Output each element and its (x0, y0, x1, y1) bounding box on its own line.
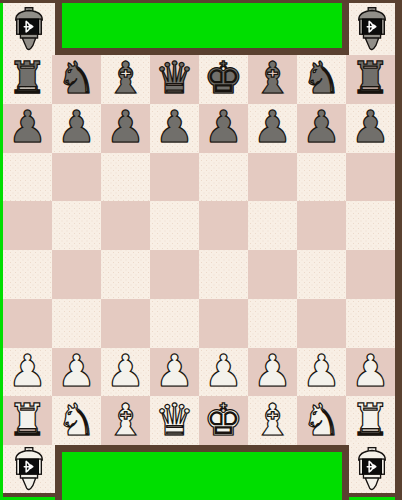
square-g3[interactable] (297, 299, 346, 348)
square-g5[interactable] (297, 201, 346, 250)
piece-black-pawn[interactable]: ♟ (106, 105, 145, 149)
square-d6[interactable] (150, 153, 199, 202)
square-h2[interactable]: ♟ (346, 348, 395, 397)
square-b4[interactable] (52, 250, 101, 299)
piece-black-rook[interactable]: ♜ (351, 56, 390, 100)
piece-white-pawn[interactable]: ♟ (106, 349, 145, 393)
square-a5[interactable] (3, 201, 52, 250)
corner-cell-bottom-left (3, 445, 55, 493)
square-g4[interactable] (297, 250, 346, 299)
piece-white-rook[interactable]: ♜ (8, 398, 47, 442)
square-a2[interactable]: ♟ (3, 348, 52, 397)
chess-window: ♜♞♝♛♚♝♞♜♟♟♟♟♟♟♟♟♟♟♟♟♟♟♟♟♜♞♝♛♚♝♞♜ (0, 0, 402, 500)
piece-white-pawn[interactable]: ♟ (253, 349, 292, 393)
square-b8[interactable]: ♞ (52, 55, 101, 104)
square-c1[interactable]: ♝ (101, 396, 150, 445)
square-a7[interactable]: ♟ (3, 104, 52, 153)
corner-cell-top-left (3, 3, 55, 55)
piece-white-queen[interactable]: ♛ (155, 398, 194, 442)
square-f7[interactable]: ♟ (248, 104, 297, 153)
black-urn-icon (10, 6, 48, 53)
square-f3[interactable] (248, 299, 297, 348)
piece-black-bishop[interactable]: ♝ (106, 56, 145, 100)
square-b5[interactable] (52, 201, 101, 250)
square-g8[interactable]: ♞ (297, 55, 346, 104)
square-c2[interactable]: ♟ (101, 348, 150, 397)
piece-black-knight[interactable]: ♞ (302, 56, 341, 100)
square-g6[interactable] (297, 153, 346, 202)
square-h6[interactable] (346, 153, 395, 202)
square-c3[interactable] (101, 299, 150, 348)
square-e7[interactable]: ♟ (199, 104, 248, 153)
square-h8[interactable]: ♜ (346, 55, 395, 104)
frame-right-bar (395, 0, 402, 500)
square-f1[interactable]: ♝ (248, 396, 297, 445)
piece-black-pawn[interactable]: ♟ (204, 105, 243, 149)
white-urn-icon (353, 446, 391, 493)
square-g1[interactable]: ♞ (297, 396, 346, 445)
piece-black-pawn[interactable]: ♟ (155, 105, 194, 149)
piece-white-pawn[interactable]: ♟ (57, 349, 96, 393)
piece-black-rook[interactable]: ♜ (8, 56, 47, 100)
white-urn-icon (10, 446, 48, 493)
square-a6[interactable] (3, 153, 52, 202)
square-a1[interactable]: ♜ (3, 396, 52, 445)
piece-black-pawn[interactable]: ♟ (302, 105, 341, 149)
square-f8[interactable]: ♝ (248, 55, 297, 104)
square-f5[interactable] (248, 201, 297, 250)
square-f4[interactable] (248, 250, 297, 299)
square-a8[interactable]: ♜ (3, 55, 52, 104)
piece-white-pawn[interactable]: ♟ (302, 349, 341, 393)
piece-white-pawn[interactable]: ♟ (155, 349, 194, 393)
square-d1[interactable]: ♛ (150, 396, 199, 445)
piece-black-pawn[interactable]: ♟ (57, 105, 96, 149)
piece-white-pawn[interactable]: ♟ (351, 349, 390, 393)
square-e4[interactable] (199, 250, 248, 299)
bottom-green-panel (62, 452, 342, 500)
piece-white-bishop[interactable]: ♝ (253, 398, 292, 442)
square-h4[interactable] (346, 250, 395, 299)
square-h3[interactable] (346, 299, 395, 348)
square-h7[interactable]: ♟ (346, 104, 395, 153)
piece-white-bishop[interactable]: ♝ (106, 398, 145, 442)
piece-black-pawn[interactable]: ♟ (351, 105, 390, 149)
square-d5[interactable] (150, 201, 199, 250)
piece-white-pawn[interactable]: ♟ (8, 349, 47, 393)
square-d8[interactable]: ♛ (150, 55, 199, 104)
piece-white-rook[interactable]: ♜ (351, 398, 390, 442)
frame-bottom-right-underline (349, 493, 395, 497)
square-e6[interactable] (199, 153, 248, 202)
square-b7[interactable]: ♟ (52, 104, 101, 153)
piece-white-knight[interactable]: ♞ (57, 398, 96, 442)
piece-black-queen[interactable]: ♛ (155, 56, 194, 100)
chess-board: ♜♞♝♛♚♝♞♜♟♟♟♟♟♟♟♟♟♟♟♟♟♟♟♟♜♞♝♛♚♝♞♜ (3, 55, 395, 445)
corner-cell-bottom-right (349, 445, 395, 493)
square-e5[interactable] (199, 201, 248, 250)
corner-cell-top-right (349, 3, 395, 55)
piece-black-pawn[interactable]: ♟ (8, 105, 47, 149)
square-d3[interactable] (150, 299, 199, 348)
piece-white-pawn[interactable]: ♟ (204, 349, 243, 393)
square-g2[interactable]: ♟ (297, 348, 346, 397)
square-c8[interactable]: ♝ (101, 55, 150, 104)
square-a3[interactable] (3, 299, 52, 348)
square-d2[interactable]: ♟ (150, 348, 199, 397)
square-b6[interactable] (52, 153, 101, 202)
black-urn-icon (353, 6, 391, 53)
frame-bottom-right-divider (342, 445, 349, 500)
frame-bottom-left-underline (3, 493, 55, 497)
piece-white-knight[interactable]: ♞ (302, 398, 341, 442)
piece-black-pawn[interactable]: ♟ (253, 105, 292, 149)
square-f6[interactable] (248, 153, 297, 202)
top-green-panel (62, 3, 342, 48)
square-d4[interactable] (150, 250, 199, 299)
square-c7[interactable]: ♟ (101, 104, 150, 153)
square-e3[interactable] (199, 299, 248, 348)
square-a4[interactable] (3, 250, 52, 299)
square-g7[interactable]: ♟ (297, 104, 346, 153)
piece-black-knight[interactable]: ♞ (57, 56, 96, 100)
frame-bottom-horizontal (55, 445, 349, 452)
square-c5[interactable] (101, 201, 150, 250)
frame-bottom-left-divider (55, 445, 62, 500)
square-d7[interactable]: ♟ (150, 104, 199, 153)
square-h5[interactable] (346, 201, 395, 250)
square-e1[interactable]: ♚ (199, 396, 248, 445)
square-f2[interactable]: ♟ (248, 348, 297, 397)
square-e8[interactable]: ♚ (199, 55, 248, 104)
square-c6[interactable] (101, 153, 150, 202)
square-c4[interactable] (101, 250, 150, 299)
piece-white-king[interactable]: ♚ (204, 398, 243, 442)
piece-black-bishop[interactable]: ♝ (253, 56, 292, 100)
square-b1[interactable]: ♞ (52, 396, 101, 445)
square-h1[interactable]: ♜ (346, 396, 395, 445)
piece-black-king[interactable]: ♚ (204, 56, 243, 100)
square-b3[interactable] (52, 299, 101, 348)
square-b2[interactable]: ♟ (52, 348, 101, 397)
square-e2[interactable]: ♟ (199, 348, 248, 397)
